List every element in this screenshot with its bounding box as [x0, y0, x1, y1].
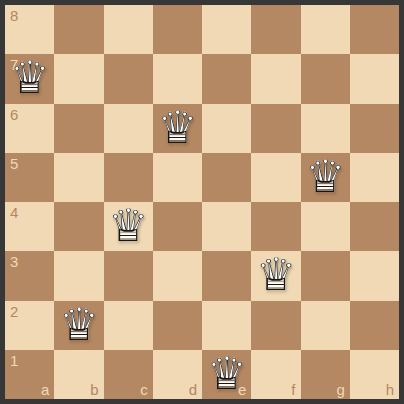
- square-h5[interactable]: [350, 153, 399, 202]
- square-c7[interactable]: [104, 54, 153, 103]
- white-queen-a7[interactable]: ♛♕: [5, 54, 54, 103]
- square-g5[interactable]: ♛♕: [301, 153, 350, 202]
- file-label-d: d: [189, 382, 197, 397]
- square-f5[interactable]: [251, 153, 300, 202]
- square-d8[interactable]: [153, 5, 202, 54]
- square-b4[interactable]: [54, 202, 103, 251]
- square-e4[interactable]: [202, 202, 251, 251]
- square-f6[interactable]: [251, 104, 300, 153]
- square-e2[interactable]: [202, 301, 251, 350]
- square-d4[interactable]: [153, 202, 202, 251]
- square-g7[interactable]: [301, 54, 350, 103]
- square-c5[interactable]: [104, 153, 153, 202]
- square-d1[interactable]: d: [153, 350, 202, 399]
- square-a2[interactable]: 2: [5, 301, 54, 350]
- square-a6[interactable]: 6: [5, 104, 54, 153]
- square-d6[interactable]: ♛♕: [153, 104, 202, 153]
- square-e7[interactable]: [202, 54, 251, 103]
- square-a5[interactable]: 5: [5, 153, 54, 202]
- square-a1[interactable]: 1a: [5, 350, 54, 399]
- square-h7[interactable]: [350, 54, 399, 103]
- queen-glyph-outline: ♕: [9, 55, 49, 100]
- chess-board-frame: 87♛♕6♛♕5♛♕4♛♕3♛♕2♛♕1abcde♛♕fgh: [0, 0, 404, 404]
- square-e3[interactable]: [202, 251, 251, 300]
- square-g2[interactable]: [301, 301, 350, 350]
- file-label-b: b: [90, 382, 98, 397]
- white-queen-f3[interactable]: ♛♕: [251, 251, 300, 300]
- square-d7[interactable]: [153, 54, 202, 103]
- square-f4[interactable]: [251, 202, 300, 251]
- square-f1[interactable]: f: [251, 350, 300, 399]
- white-queen-g5[interactable]: ♛♕: [301, 153, 350, 202]
- rank-label-4: 4: [10, 205, 18, 220]
- square-b2[interactable]: ♛♕: [54, 301, 103, 350]
- square-b7[interactable]: [54, 54, 103, 103]
- square-h4[interactable]: [350, 202, 399, 251]
- rank-label-1: 1: [10, 353, 18, 368]
- square-a8[interactable]: 8: [5, 5, 54, 54]
- square-d2[interactable]: [153, 301, 202, 350]
- square-c2[interactable]: [104, 301, 153, 350]
- square-b1[interactable]: b: [54, 350, 103, 399]
- file-label-f: f: [291, 382, 295, 397]
- square-g3[interactable]: [301, 251, 350, 300]
- file-label-a: a: [41, 382, 49, 397]
- square-b6[interactable]: [54, 104, 103, 153]
- rank-label-3: 3: [10, 254, 18, 269]
- square-d5[interactable]: [153, 153, 202, 202]
- file-label-c: c: [140, 382, 148, 397]
- chess-board: 87♛♕6♛♕5♛♕4♛♕3♛♕2♛♕1abcde♛♕fgh: [5, 5, 399, 399]
- square-a3[interactable]: 3: [5, 251, 54, 300]
- square-f3[interactable]: ♛♕: [251, 251, 300, 300]
- square-a4[interactable]: 4: [5, 202, 54, 251]
- queen-glyph-outline: ♕: [305, 154, 345, 199]
- square-g8[interactable]: [301, 5, 350, 54]
- square-c8[interactable]: [104, 5, 153, 54]
- square-h1[interactable]: h: [350, 350, 399, 399]
- queen-glyph-outline: ♕: [59, 302, 99, 347]
- square-h3[interactable]: [350, 251, 399, 300]
- square-e1[interactable]: e♛♕: [202, 350, 251, 399]
- white-queen-e1[interactable]: ♛♕: [202, 350, 251, 399]
- white-queen-b2[interactable]: ♛♕: [54, 301, 103, 350]
- square-c3[interactable]: [104, 251, 153, 300]
- square-f8[interactable]: [251, 5, 300, 54]
- rank-label-6: 6: [10, 107, 18, 122]
- white-queen-d6[interactable]: ♛♕: [153, 104, 202, 153]
- queen-glyph-outline: ♕: [157, 105, 197, 150]
- square-h6[interactable]: [350, 104, 399, 153]
- rank-label-8: 8: [10, 8, 18, 23]
- square-h2[interactable]: [350, 301, 399, 350]
- white-queen-c4[interactable]: ♛♕: [104, 202, 153, 251]
- queen-glyph-outline: ♕: [206, 351, 246, 396]
- square-e5[interactable]: [202, 153, 251, 202]
- square-b3[interactable]: [54, 251, 103, 300]
- queen-glyph-outline: ♕: [108, 203, 148, 248]
- square-g1[interactable]: g: [301, 350, 350, 399]
- rank-label-5: 5: [10, 156, 18, 171]
- square-e6[interactable]: [202, 104, 251, 153]
- square-b5[interactable]: [54, 153, 103, 202]
- rank-label-2: 2: [10, 304, 18, 319]
- square-a7[interactable]: 7♛♕: [5, 54, 54, 103]
- square-g4[interactable]: [301, 202, 350, 251]
- file-label-h: h: [386, 382, 394, 397]
- square-e8[interactable]: [202, 5, 251, 54]
- square-c1[interactable]: c: [104, 350, 153, 399]
- square-c6[interactable]: [104, 104, 153, 153]
- square-c4[interactable]: ♛♕: [104, 202, 153, 251]
- square-b8[interactable]: [54, 5, 103, 54]
- queen-glyph-outline: ♕: [256, 252, 296, 297]
- square-d3[interactable]: [153, 251, 202, 300]
- square-f7[interactable]: [251, 54, 300, 103]
- square-g6[interactable]: [301, 104, 350, 153]
- square-h8[interactable]: [350, 5, 399, 54]
- square-f2[interactable]: [251, 301, 300, 350]
- file-label-g: g: [336, 382, 344, 397]
